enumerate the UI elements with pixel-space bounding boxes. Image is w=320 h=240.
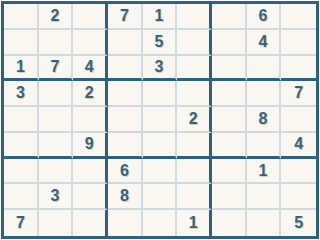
- sudoku-cell-r4c6[interactable]: [177, 81, 200, 107]
- sudoku-cell-r6c6[interactable]: [177, 133, 200, 159]
- sudoku-cell-r1c6[interactable]: [177, 4, 200, 30]
- sudoku-cell-r5c1[interactable]: [4, 107, 39, 133]
- sudoku-board-frame: 271654174332728946138715: [0, 0, 200, 206]
- sudoku-cell-r5c6: 2: [177, 107, 200, 133]
- sudoku-cell-r8c3[interactable]: [73, 184, 108, 206]
- sudoku-cell-r7c4: 6: [108, 159, 143, 185]
- sudoku-cell-r7c6[interactable]: [177, 159, 200, 185]
- sudoku-cell-r7c2[interactable]: [39, 159, 74, 185]
- sudoku-cell-r3c5: 3: [143, 56, 178, 82]
- sudoku-cell-r6c3: 9: [73, 133, 108, 159]
- sudoku-cell-r1c5: 1: [143, 4, 178, 30]
- sudoku-cell-r8c2: 3: [39, 184, 74, 206]
- sudoku-cell-r2c1[interactable]: [4, 30, 39, 56]
- sudoku-cell-r6c4[interactable]: [108, 133, 143, 159]
- sudoku-cell-r4c1: 3: [4, 81, 39, 107]
- sudoku-cell-r2c3[interactable]: [73, 30, 108, 56]
- sudoku-cell-r7c1[interactable]: [4, 159, 39, 185]
- sudoku-cell-r3c1: 1: [4, 56, 39, 82]
- sudoku-cell-r1c2: 2: [39, 4, 74, 30]
- sudoku-cell-r1c1[interactable]: [4, 4, 39, 30]
- sudoku-cell-r8c4: 8: [108, 184, 143, 206]
- sudoku-cell-r7c5[interactable]: [143, 159, 178, 185]
- sudoku-cell-r4c3: 2: [73, 81, 108, 107]
- sudoku-cell-r2c2[interactable]: [39, 30, 74, 56]
- sudoku-cell-r3c3: 4: [73, 56, 108, 82]
- sudoku-cell-r8c6[interactable]: [177, 184, 200, 206]
- sudoku-cell-r6c2[interactable]: [39, 133, 74, 159]
- sudoku-cell-r8c1[interactable]: [4, 184, 39, 206]
- sudoku-cell-r4c5[interactable]: [143, 81, 178, 107]
- sudoku-cell-r6c5[interactable]: [143, 133, 178, 159]
- sudoku-cell-r5c4[interactable]: [108, 107, 143, 133]
- sudoku-cell-r8c5[interactable]: [143, 184, 178, 206]
- sudoku-cell-r4c2[interactable]: [39, 81, 74, 107]
- sudoku-cell-r2c4[interactable]: [108, 30, 143, 56]
- sudoku-cell-r3c4[interactable]: [108, 56, 143, 82]
- sudoku-cell-r3c2: 7: [39, 56, 74, 82]
- sudoku-board: 271654174332728946138715: [1, 1, 200, 206]
- sudoku-cell-r6c1[interactable]: [4, 133, 39, 159]
- sudoku-cell-r1c3[interactable]: [73, 4, 108, 30]
- sudoku-cell-r3c6[interactable]: [177, 56, 200, 82]
- sudoku-cell-r4c4[interactable]: [108, 81, 143, 107]
- sudoku-cell-r2c5: 5: [143, 30, 178, 56]
- sudoku-cell-r5c2[interactable]: [39, 107, 74, 133]
- sudoku-cell-r7c3[interactable]: [73, 159, 108, 185]
- sudoku-cell-r5c3[interactable]: [73, 107, 108, 133]
- sudoku-cell-r5c5[interactable]: [143, 107, 178, 133]
- sudoku-cell-r2c6[interactable]: [177, 30, 200, 56]
- sudoku-cell-r1c4: 7: [108, 4, 143, 30]
